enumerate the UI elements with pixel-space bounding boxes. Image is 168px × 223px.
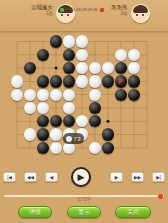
black-stone [37, 75, 49, 87]
black-stone [128, 89, 140, 101]
replay-control-bar: |◀ ◀◀ ◀ ▶ ▶ ▶▶ ▶| [0, 166, 168, 190]
white-stone [37, 89, 49, 101]
white-stone [76, 35, 88, 47]
white-stone [63, 35, 75, 47]
white-stone [89, 89, 101, 101]
player-info-bar: 云端魔女 1段 2015-08-28 09:36 毛毛熊 2级 [0, 0, 168, 31]
black-stone [115, 89, 127, 101]
white-stone [24, 128, 36, 140]
right-player: 毛毛熊 2级 [111, 4, 150, 23]
white-stone [115, 49, 127, 61]
white-stone [128, 49, 140, 61]
star-point [55, 67, 58, 70]
white-stone [76, 49, 88, 61]
right-player-name: 毛毛熊 [111, 4, 128, 11]
avatar-hair [133, 5, 148, 13]
move-count: 73 [74, 136, 82, 142]
star-point [107, 120, 110, 123]
black-stone [102, 75, 114, 87]
avatar-eye [142, 14, 144, 16]
play-button[interactable]: ▶ [71, 167, 91, 187]
black-stone [63, 75, 75, 87]
jump-to-end-button[interactable]: ▶| [152, 172, 165, 182]
black-stone [37, 49, 49, 61]
white-stone [11, 75, 23, 87]
avatar-eye [67, 14, 69, 16]
fast-forward-button[interactable]: ▶▶ [131, 172, 144, 182]
white-stone [11, 89, 23, 101]
avatar-eye [61, 14, 63, 16]
close-button[interactable]: 关闭 [115, 206, 151, 218]
move-slider[interactable]: 第73手 [0, 192, 168, 204]
left-player-name: 云端魔女 [31, 4, 53, 11]
go-board[interactable]: 73 [0, 31, 168, 157]
jump-to-start-button[interactable]: |◀ [3, 172, 16, 182]
move-count-badge: 73 [63, 133, 84, 144]
white-stone [89, 75, 101, 87]
black-stone [50, 75, 62, 87]
step-back-button[interactable]: ◀ [45, 172, 58, 182]
black-stone [50, 35, 62, 47]
white-stone-icon [66, 136, 72, 142]
black-stone [102, 128, 114, 140]
right-player-avatar[interactable] [131, 4, 150, 23]
right-player-rank: 2级 [111, 11, 128, 17]
white-stone [63, 89, 75, 101]
white-stone [76, 75, 88, 87]
white-stone [50, 89, 62, 101]
details-button[interactable]: 详情 [18, 206, 52, 218]
fast-rewind-button[interactable]: ◀◀ [24, 172, 37, 182]
white-stone [24, 89, 36, 101]
black-stone [37, 128, 49, 140]
avatar-eye [136, 14, 138, 16]
black-status-chip [60, 8, 64, 12]
game-meta: 2015-08-28 09:36 [60, 7, 108, 12]
white-stone [50, 128, 62, 140]
move-number-label: 第73手 [0, 197, 168, 202]
game-date: 2015-08-28 09:36 [66, 7, 98, 12]
black-stone [128, 75, 140, 87]
left-player-rank: 1段 [31, 11, 53, 17]
go-replay-screen: 云端魔女 1段 2015-08-28 09:36 毛毛熊 2级 [0, 0, 168, 223]
last-move-marker [119, 78, 124, 84]
white-status-chip [100, 8, 104, 12]
display-button[interactable]: 显示 [67, 206, 101, 218]
black-stone [63, 49, 75, 61]
step-forward-button[interactable]: ▶ [110, 172, 123, 182]
